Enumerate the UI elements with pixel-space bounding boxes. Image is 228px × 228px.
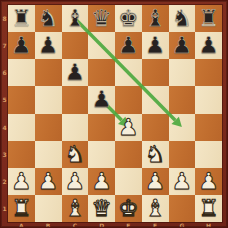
piece-black-n-b8[interactable]: ♞	[35, 5, 62, 32]
rank-label-3: 3	[1, 141, 8, 168]
empty-g4	[169, 114, 196, 141]
piece-white-n-f3[interactable]: ♞	[142, 141, 169, 168]
piece-black-p-d5[interactable]: ♟	[88, 86, 115, 113]
empty-h5	[195, 86, 222, 113]
chess-board-frame: ♜♞♝♛♚♝♞♜♟♟♟♟♟♟♟♟♟♞♞♟♟♟♟♟♟♟♜♝♛♚♝♜ 8765432…	[0, 0, 228, 228]
file-label-e: E	[115, 221, 142, 228]
file-label-g: G	[169, 221, 196, 228]
empty-e3	[115, 141, 142, 168]
piece-white-r-h1[interactable]: ♜	[195, 195, 222, 222]
rank-label-7: 7	[1, 32, 8, 59]
empty-e5	[115, 86, 142, 113]
piece-black-k-e8[interactable]: ♚	[115, 5, 142, 32]
piece-black-p-e7[interactable]: ♟	[115, 32, 142, 59]
rank-label-8: 8	[1, 5, 8, 32]
empty-g1	[169, 195, 196, 222]
piece-black-q-d8[interactable]: ♛	[88, 5, 115, 32]
file-label-b: B	[35, 221, 62, 228]
piece-white-k-e1[interactable]: ♚	[115, 195, 142, 222]
empty-c4	[62, 114, 89, 141]
rank-label-5: 5	[1, 86, 8, 113]
empty-d7	[88, 32, 115, 59]
empty-e2	[115, 168, 142, 195]
empty-f5	[142, 86, 169, 113]
empty-d3	[88, 141, 115, 168]
piece-white-p-a2[interactable]: ♟	[8, 168, 35, 195]
empty-g6	[169, 59, 196, 86]
file-labels: ABCDEFGH	[8, 221, 222, 228]
piece-white-q-d1[interactable]: ♛	[88, 195, 115, 222]
chess-board: ♜♞♝♛♚♝♞♜♟♟♟♟♟♟♟♟♟♞♞♟♟♟♟♟♟♟♜♝♛♚♝♜	[8, 5, 222, 222]
empty-g5	[169, 86, 196, 113]
empty-d4	[88, 114, 115, 141]
empty-f6	[142, 59, 169, 86]
rank-labels: 87654321	[1, 5, 8, 222]
piece-black-p-g7[interactable]: ♟	[169, 32, 196, 59]
piece-white-b-c1[interactable]: ♝	[62, 195, 89, 222]
empty-a3	[8, 141, 35, 168]
empty-h4	[195, 114, 222, 141]
piece-black-b-f8[interactable]: ♝	[142, 5, 169, 32]
piece-white-b-f1[interactable]: ♝	[142, 195, 169, 222]
empty-e6	[115, 59, 142, 86]
empty-h6	[195, 59, 222, 86]
rank-label-2: 2	[1, 168, 8, 195]
file-label-c: C	[62, 221, 89, 228]
empty-b3	[35, 141, 62, 168]
piece-white-p-c2[interactable]: ♟	[62, 168, 89, 195]
piece-white-n-c3[interactable]: ♞	[62, 141, 89, 168]
board-pieces: ♜♞♝♛♚♝♞♜♟♟♟♟♟♟♟♟♟♞♞♟♟♟♟♟♟♟♜♝♛♚♝♜	[8, 5, 222, 222]
piece-white-p-h2[interactable]: ♟	[195, 168, 222, 195]
piece-white-p-f2[interactable]: ♟	[142, 168, 169, 195]
empty-c5	[62, 86, 89, 113]
piece-black-p-a7[interactable]: ♟	[8, 32, 35, 59]
file-label-d: D	[88, 221, 115, 228]
empty-c7	[62, 32, 89, 59]
piece-black-n-g8[interactable]: ♞	[169, 5, 196, 32]
file-label-a: A	[8, 221, 35, 228]
file-label-h: H	[195, 221, 222, 228]
empty-b4	[35, 114, 62, 141]
piece-white-p-g2[interactable]: ♟	[169, 168, 196, 195]
piece-black-p-h7[interactable]: ♟	[195, 32, 222, 59]
empty-a6	[8, 59, 35, 86]
piece-white-p-b2[interactable]: ♟	[35, 168, 62, 195]
piece-black-p-f7[interactable]: ♟	[142, 32, 169, 59]
file-label-f: F	[142, 221, 169, 228]
piece-white-p-e4[interactable]: ♟	[115, 114, 142, 141]
empty-b1	[35, 195, 62, 222]
rank-label-6: 6	[1, 59, 8, 86]
piece-black-r-h8[interactable]: ♜	[195, 5, 222, 32]
piece-black-b-c8[interactable]: ♝	[62, 5, 89, 32]
empty-a5	[8, 86, 35, 113]
rank-label-1: 1	[1, 195, 8, 222]
empty-b6	[35, 59, 62, 86]
empty-h3	[195, 141, 222, 168]
piece-black-r-a8[interactable]: ♜	[8, 5, 35, 32]
piece-white-p-d2[interactable]: ♟	[88, 168, 115, 195]
rank-label-4: 4	[1, 114, 8, 141]
empty-a4	[8, 114, 35, 141]
empty-g3	[169, 141, 196, 168]
piece-black-p-b7[interactable]: ♟	[35, 32, 62, 59]
empty-f4	[142, 114, 169, 141]
empty-d6	[88, 59, 115, 86]
piece-white-r-a1[interactable]: ♜	[8, 195, 35, 222]
empty-b5	[35, 86, 62, 113]
piece-black-p-c6[interactable]: ♟	[62, 59, 89, 86]
